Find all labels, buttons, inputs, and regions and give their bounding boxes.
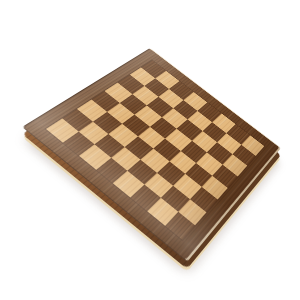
board-frame <box>22 48 281 262</box>
product-photo <box>0 0 300 300</box>
chess-board <box>22 48 281 262</box>
